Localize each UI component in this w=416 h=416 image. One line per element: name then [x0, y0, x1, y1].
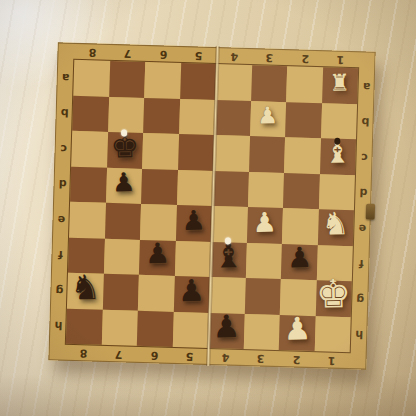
square-g3	[244, 278, 281, 315]
square-h3	[243, 314, 280, 351]
bottom-rank-label-5: 5	[186, 350, 194, 361]
square-d1	[318, 174, 355, 211]
top-rank-label-3: 3	[266, 52, 274, 63]
square-b5	[179, 98, 216, 135]
top-rank-label-5: 5	[195, 49, 203, 60]
square-e2	[282, 208, 319, 245]
square-g7	[102, 274, 139, 311]
bottom-rank-label-4: 4	[221, 351, 229, 362]
right-file-label-h: h	[355, 329, 363, 340]
top-rank-label-1: 1	[337, 54, 345, 65]
square-e5	[175, 205, 212, 242]
square-f8	[68, 237, 105, 274]
square-f4	[210, 241, 247, 278]
right-file-label-c: c	[361, 152, 368, 163]
square-e6	[140, 204, 177, 241]
square-h1	[314, 316, 351, 353]
bottom-rank-label-1: 1	[328, 355, 336, 366]
right-file-label-f: f	[358, 258, 363, 269]
square-d3	[247, 172, 284, 209]
square-c6	[142, 133, 179, 170]
top-rank-label-7: 7	[124, 47, 132, 58]
square-h4	[208, 312, 245, 349]
square-a1	[322, 67, 359, 104]
table-shadow-band	[0, 374, 416, 416]
left-file-label-a: a	[61, 72, 69, 83]
square-a6	[144, 62, 181, 99]
square-d6	[141, 168, 178, 205]
board-latch-clasp	[366, 204, 375, 220]
right-file-label-e: e	[358, 223, 366, 234]
square-a7	[109, 61, 146, 98]
right-file-label-a: a	[362, 81, 370, 92]
square-b3	[250, 101, 287, 138]
square-b2	[285, 102, 322, 139]
square-b4	[214, 100, 251, 137]
bottom-rank-label-2: 2	[292, 353, 300, 364]
square-f2	[281, 244, 318, 281]
square-h5	[172, 311, 209, 348]
left-file-label-e: e	[57, 214, 65, 225]
bottom-rank-label-8: 8	[79, 347, 87, 358]
right-file-label-g: g	[356, 294, 364, 305]
square-b7	[108, 96, 145, 133]
square-c3	[249, 136, 286, 173]
chess-board: 8765432187654321abcdefghabcdefgh ♞♚♟♟♟♟♝…	[48, 42, 375, 369]
square-h7	[101, 309, 138, 346]
square-e8	[69, 202, 106, 239]
square-e7	[104, 203, 141, 240]
square-h6	[137, 310, 174, 347]
square-c4	[213, 135, 250, 172]
bottom-rank-label-3: 3	[257, 352, 265, 363]
square-d4	[212, 171, 249, 208]
square-g8	[67, 273, 104, 310]
square-f3	[245, 243, 282, 280]
square-b8	[72, 95, 109, 132]
square-f6	[139, 239, 176, 276]
square-e4	[211, 206, 248, 243]
square-g4	[209, 277, 246, 314]
square-e1	[317, 209, 354, 246]
square-d8	[70, 166, 107, 203]
square-d5	[177, 169, 214, 206]
right-file-label-d: d	[359, 187, 367, 198]
square-c8	[71, 131, 108, 168]
top-rank-label-2: 2	[301, 53, 309, 64]
square-a5	[180, 63, 217, 100]
bottom-rank-label-7: 7	[115, 348, 123, 359]
square-c7	[107, 132, 144, 169]
square-a3	[251, 65, 288, 102]
square-e3	[246, 207, 283, 244]
square-f7	[103, 238, 140, 275]
right-file-label-b: b	[361, 116, 369, 127]
table-photo-background: 8765432187654321abcdefghabcdefgh ♞♚♟♟♟♟♝…	[0, 0, 416, 416]
bottom-rank-label-6: 6	[150, 349, 158, 360]
square-a2	[286, 66, 323, 103]
square-a8	[73, 60, 110, 97]
square-a4	[215, 64, 252, 101]
left-file-label-g: g	[55, 285, 63, 296]
square-d7	[106, 167, 143, 204]
top-rank-label-8: 8	[88, 46, 96, 57]
square-c5	[178, 134, 215, 171]
square-b6	[143, 97, 180, 134]
square-c2	[284, 137, 321, 174]
square-g5	[173, 276, 210, 313]
left-file-label-d: d	[58, 178, 66, 189]
square-d2	[283, 173, 320, 210]
square-b1	[321, 103, 358, 140]
left-file-label-c: c	[60, 143, 67, 154]
square-f1	[316, 245, 353, 282]
left-file-label-f: f	[57, 249, 62, 260]
square-h8	[66, 308, 103, 345]
square-h2	[279, 315, 316, 352]
left-file-label-b: b	[60, 107, 68, 118]
top-rank-label-4: 4	[230, 50, 238, 61]
square-g6	[138, 275, 175, 312]
square-g2	[280, 279, 317, 316]
top-rank-label-6: 6	[159, 48, 167, 59]
square-f5	[174, 240, 211, 277]
square-g1	[315, 280, 352, 317]
left-file-label-h: h	[54, 320, 62, 331]
square-c1	[320, 138, 357, 175]
